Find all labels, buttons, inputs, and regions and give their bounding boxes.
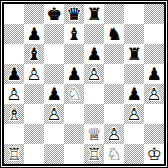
black-rook: ♜♜ [124,44,144,64]
square-e8[interactable]: ♜♜ [84,4,104,24]
black-rook-outline: ♜ [124,44,144,64]
white-pawn: ♟♙ [4,84,24,104]
black-pawn-outline: ♟ [124,84,144,104]
white-pawn: ♟♙ [24,64,44,84]
square-e1[interactable]: ♜♖ [84,144,104,164]
square-a4[interactable]: ♟♙ [4,84,24,104]
square-a8[interactable] [4,4,24,24]
square-b5[interactable]: ♟♙ [24,64,44,84]
white-rook-outline: ♖ [84,144,104,164]
square-g4[interactable]: ♟♟ [124,84,144,104]
square-a5[interactable]: ♟♟ [4,64,24,84]
square-f6[interactable] [104,44,124,64]
white-pawn: ♟♙ [104,124,124,144]
square-h4[interactable]: ♟♙ [144,84,164,104]
square-e4[interactable] [84,84,104,104]
square-e5[interactable]: ♟♙ [84,64,104,84]
square-b8[interactable] [24,4,44,24]
square-h8[interactable] [144,4,164,24]
square-h3[interactable] [144,104,164,124]
square-e2[interactable]: ♛♕ [84,124,104,144]
black-queen: ♛♛ [64,4,84,24]
white-pawn-outline: ♙ [84,64,104,84]
square-g2[interactable] [124,124,144,144]
square-b4[interactable] [24,84,44,104]
square-e7[interactable] [84,24,104,44]
square-f7[interactable]: ♞♞ [104,24,124,44]
black-pawn: ♟♟ [44,84,64,104]
square-a3[interactable]: ♝♗ [4,104,24,124]
black-bishop: ♝♝ [64,24,84,44]
white-bishop-outline: ♗ [4,104,24,124]
white-queen: ♛♕ [84,124,104,144]
white-rook: ♜♖ [84,144,104,164]
square-g7[interactable] [124,24,144,44]
square-d7[interactable]: ♝♝ [64,24,84,44]
black-pawn: ♟♟ [124,84,144,104]
white-king: ♚♔ [144,144,164,164]
black-pawn-outline: ♟ [24,24,44,44]
black-pawn: ♟♟ [144,64,164,84]
white-pawn: ♟♙ [124,104,144,124]
white-pawn-outline: ♙ [124,104,144,124]
square-c6[interactable] [44,44,64,64]
square-c5[interactable] [44,64,64,84]
square-a1[interactable]: ♜♖ [4,144,24,164]
black-bishop: ♝♝ [24,44,44,64]
square-f1[interactable]: ♞♘ [104,144,124,164]
square-h7[interactable] [144,24,164,44]
square-c7[interactable] [44,24,64,44]
square-b2[interactable] [24,124,44,144]
chess-diagram: ♚♚♛♛♜♜♟♟♝♝♞♞♝♝♟♟♜♜♟♟♟♙♟♟♟♙♟♟♟♙♟♟♞♘♟♟♟♙♝♗… [0,0,168,168]
black-bishop-outline: ♝ [64,24,84,44]
black-rook-outline: ♜ [84,4,104,24]
square-e6[interactable]: ♟♟ [84,44,104,64]
white-pawn: ♟♙ [84,64,104,84]
square-d2[interactable] [64,124,84,144]
black-king: ♚♚ [44,4,64,24]
black-knight: ♞♞ [104,24,124,44]
black-pawn: ♟♟ [84,44,104,64]
white-pawn-outline: ♙ [104,124,124,144]
square-d8[interactable]: ♛♛ [64,4,84,24]
square-g8[interactable] [124,4,144,24]
white-pawn: ♟♙ [44,104,64,124]
square-b7[interactable]: ♟♟ [24,24,44,44]
square-d1[interactable] [64,144,84,164]
square-b1[interactable] [24,144,44,164]
black-king-outline: ♚ [44,4,64,24]
black-bishop-outline: ♝ [24,44,44,64]
white-pawn-outline: ♙ [144,84,164,104]
white-knight-outline: ♘ [64,84,84,104]
square-g6[interactable]: ♜♜ [124,44,144,64]
square-d3[interactable] [64,104,84,124]
black-pawn-outline: ♟ [144,64,164,84]
square-c3[interactable]: ♟♙ [44,104,64,124]
square-b3[interactable] [24,104,44,124]
square-e3[interactable] [84,104,104,124]
square-h2[interactable] [144,124,164,144]
square-a7[interactable] [4,24,24,44]
black-pawn-outline: ♟ [4,64,24,84]
square-g1[interactable] [124,144,144,164]
square-h5[interactable]: ♟♟ [144,64,164,84]
square-d4[interactable]: ♞♘ [64,84,84,104]
square-g3[interactable]: ♟♙ [124,104,144,124]
square-c2[interactable] [44,124,64,144]
square-f4[interactable] [104,84,124,104]
square-d5[interactable]: ♟♟ [64,64,84,84]
white-rook-outline: ♖ [4,144,24,164]
white-bishop: ♝♗ [4,104,24,124]
black-pawn-outline: ♟ [44,84,64,104]
square-d6[interactable] [64,44,84,64]
square-h6[interactable] [144,44,164,64]
square-f2[interactable]: ♟♙ [104,124,124,144]
square-f5[interactable] [104,64,124,84]
square-f8[interactable] [104,4,124,24]
square-c1[interactable] [44,144,64,164]
black-knight-outline: ♞ [104,24,124,44]
white-king-outline: ♔ [144,144,164,164]
black-pawn-outline: ♟ [64,64,84,84]
white-queen-outline: ♕ [84,124,104,144]
square-a6[interactable] [4,44,24,64]
black-pawn: ♟♟ [24,24,44,44]
white-knight: ♞♘ [104,144,124,164]
square-g5[interactable] [124,64,144,84]
white-pawn-outline: ♙ [4,84,24,104]
white-knight: ♞♘ [64,84,84,104]
square-c4[interactable]: ♟♟ [44,84,64,104]
black-pawn: ♟♟ [4,64,24,84]
white-knight-outline: ♘ [104,144,124,164]
white-pawn: ♟♙ [144,84,164,104]
square-f3[interactable] [104,104,124,124]
square-b6[interactable]: ♝♝ [24,44,44,64]
square-c8[interactable]: ♚♚ [44,4,64,24]
black-queen-outline: ♛ [64,4,84,24]
black-rook: ♜♜ [84,4,104,24]
chess-board: ♚♚♛♛♜♜♟♟♝♝♞♞♝♝♟♟♜♜♟♟♟♙♟♟♟♙♟♟♟♙♟♟♞♘♟♟♟♙♝♗… [2,2,166,166]
square-h1[interactable]: ♚♔ [144,144,164,164]
black-pawn: ♟♟ [64,64,84,84]
white-rook: ♜♖ [4,144,24,164]
square-a2[interactable] [4,124,24,144]
white-pawn-outline: ♙ [44,104,64,124]
white-pawn-outline: ♙ [24,64,44,84]
black-pawn-outline: ♟ [84,44,104,64]
